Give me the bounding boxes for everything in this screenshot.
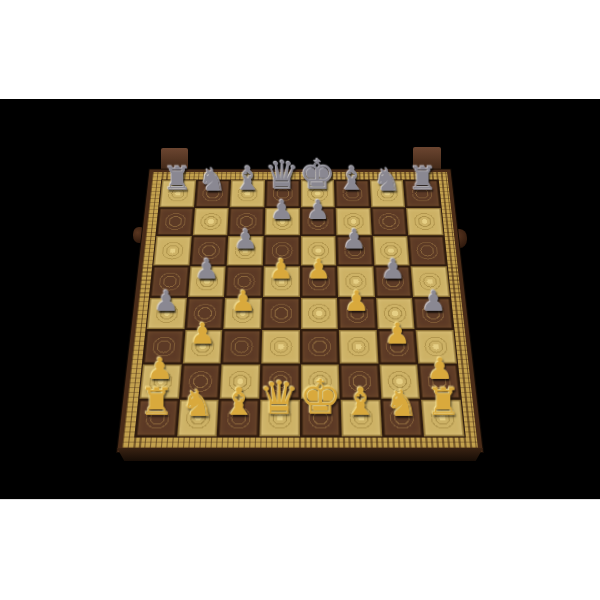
black-queen-d8[interactable]: ♛ — [265, 156, 300, 195]
square-b3[interactable]: ♟ — [182, 330, 222, 363]
white-queen-d1[interactable]: ♛ — [259, 375, 300, 421]
square-e5[interactable]: ♟ — [300, 266, 337, 296]
black-bishop-c8[interactable]: ♝ — [233, 163, 262, 196]
black-pawn-d7[interactable]: ♟ — [270, 197, 294, 224]
square-g7[interactable] — [371, 208, 408, 236]
black-pawn-c6[interactable]: ♟ — [233, 226, 257, 253]
square-a8[interactable]: ♜ — [159, 180, 195, 207]
square-d7[interactable]: ♟ — [264, 208, 299, 236]
square-f3[interactable] — [339, 330, 378, 363]
black-knight-b8[interactable]: ♞ — [198, 164, 226, 196]
square-a4[interactable]: ♟ — [147, 297, 187, 329]
white-pawn-d5[interactable]: ♟ — [269, 256, 294, 284]
square-c6[interactable]: ♟ — [227, 236, 264, 265]
black-pawn-a4[interactable]: ♟ — [154, 287, 179, 315]
white-bishop-c1[interactable]: ♝ — [222, 383, 256, 421]
square-e4[interactable] — [301, 297, 338, 329]
black-pawn-f6[interactable]: ♟ — [343, 226, 367, 253]
black-pawn-e7[interactable]: ♟ — [306, 197, 330, 224]
square-b7[interactable] — [192, 208, 229, 236]
white-pawn-f4[interactable]: ♟ — [344, 287, 369, 315]
white-rook-h1[interactable]: ♜ — [426, 383, 460, 421]
square-f4[interactable]: ♟ — [338, 297, 376, 329]
square-a1[interactable]: ♜ — [135, 400, 178, 437]
square-c1[interactable]: ♝ — [218, 400, 259, 437]
square-a6[interactable] — [153, 236, 191, 265]
white-king-e1[interactable]: ♚ — [299, 373, 342, 421]
square-h1[interactable]: ♜ — [421, 400, 464, 437]
square-a7[interactable] — [156, 208, 193, 236]
chess-board: ♜♞♝♛♚♝♞♜♟♟♟♟♟♟♟♟♟♟♟♟♟♟♟♟♜♞♝♛♚♝♞♜ — [117, 169, 483, 452]
square-h8[interactable]: ♜ — [404, 180, 440, 207]
board-front-edge — [117, 448, 483, 461]
chess-board-grid: ♜♞♝♛♚♝♞♜♟♟♟♟♟♟♟♟♟♟♟♟♟♟♟♟♜♞♝♛♚♝♞♜ — [135, 180, 464, 436]
page: ♜♞♝♛♚♝♞♜♟♟♟♟♟♟♟♟♟♟♟♟♟♟♟♟♜♞♝♛♚♝♞♜ — [0, 0, 600, 600]
black-pawn-b5[interactable]: ♟ — [194, 256, 219, 284]
white-matte-top — [0, 0, 600, 100]
square-d3[interactable] — [261, 330, 299, 363]
white-pawn-b3[interactable]: ♟ — [190, 320, 216, 349]
black-king-e8[interactable]: ♚ — [299, 155, 336, 196]
square-h7[interactable] — [406, 208, 443, 236]
product-photo: ♜♞♝♛♚♝♞♜♟♟♟♟♟♟♟♟♟♟♟♟♟♟♟♟♜♞♝♛♚♝♞♜ — [0, 99, 600, 499]
white-knight-g1[interactable]: ♞ — [386, 384, 419, 421]
black-pawn-h4[interactable]: ♟ — [421, 287, 446, 315]
white-pawn-e5[interactable]: ♟ — [306, 256, 331, 284]
square-f1[interactable]: ♝ — [341, 400, 382, 437]
white-matte-bottom — [0, 499, 600, 600]
square-e1[interactable]: ♚ — [301, 400, 341, 437]
black-pawn-g5[interactable]: ♟ — [381, 256, 406, 284]
square-b1[interactable]: ♞ — [177, 400, 219, 437]
square-d4[interactable] — [262, 297, 299, 329]
white-bishop-f1[interactable]: ♝ — [344, 383, 378, 421]
square-c3[interactable] — [222, 330, 261, 363]
square-f6[interactable]: ♟ — [337, 236, 374, 265]
white-rook-a1[interactable]: ♜ — [140, 383, 174, 421]
square-h4[interactable]: ♟ — [413, 297, 453, 329]
square-c4[interactable]: ♟ — [224, 297, 262, 329]
square-f8[interactable]: ♝ — [335, 180, 370, 207]
square-c8[interactable]: ♝ — [230, 180, 265, 207]
white-pawn-g3[interactable]: ♟ — [384, 320, 410, 349]
square-b5[interactable]: ♟ — [188, 266, 226, 296]
square-e3[interactable] — [301, 330, 339, 363]
square-g8[interactable]: ♞ — [370, 180, 406, 207]
square-b8[interactable]: ♞ — [195, 180, 231, 207]
square-d5[interactable]: ♟ — [263, 266, 300, 296]
black-knight-g8[interactable]: ♞ — [373, 164, 401, 196]
black-rook-h8[interactable]: ♜ — [408, 163, 437, 196]
square-d1[interactable]: ♛ — [259, 400, 299, 437]
square-g1[interactable]: ♞ — [381, 400, 423, 437]
white-pawn-c4[interactable]: ♟ — [230, 287, 255, 315]
black-bishop-f8[interactable]: ♝ — [338, 163, 367, 196]
square-e7[interactable]: ♟ — [300, 208, 335, 236]
square-g3[interactable]: ♟ — [377, 330, 417, 363]
white-knight-b1[interactable]: ♞ — [181, 384, 214, 421]
square-h6[interactable] — [409, 236, 447, 265]
black-rook-a8[interactable]: ♜ — [163, 163, 192, 196]
square-g5[interactable]: ♟ — [374, 266, 412, 296]
